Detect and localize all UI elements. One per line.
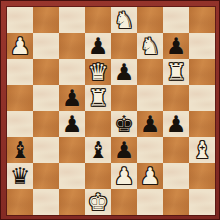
square-a3[interactable]: ♝ [7, 137, 33, 163]
square-e5[interactable] [111, 85, 137, 111]
square-c2[interactable] [59, 163, 85, 189]
square-e4[interactable]: ♚ [111, 111, 137, 137]
piece-black-pawn[interactable]: ♟ [114, 137, 135, 163]
square-b6[interactable] [33, 59, 59, 85]
square-f2[interactable]: ♟ [137, 163, 163, 189]
piece-white-queen[interactable]: ♛ [88, 59, 109, 85]
piece-black-pawn[interactable]: ♟ [166, 111, 187, 137]
square-g3[interactable] [163, 137, 189, 163]
square-c6[interactable] [59, 59, 85, 85]
square-e3[interactable]: ♟ [111, 137, 137, 163]
piece-white-rook[interactable]: ♜ [166, 59, 187, 85]
square-h2[interactable] [189, 163, 215, 189]
square-e1[interactable] [111, 189, 137, 215]
square-a6[interactable] [7, 59, 33, 85]
square-e8[interactable]: ♞ [111, 7, 137, 33]
square-a2[interactable]: ♛ [7, 163, 33, 189]
square-f1[interactable] [137, 189, 163, 215]
piece-black-pawn[interactable]: ♟ [114, 59, 135, 85]
piece-white-pawn[interactable]: ♟ [10, 33, 31, 59]
chess-board-frame: ♞♟♟♞♟♛♟♜♟♜♟♚♟♟♝♝♟♝♛♟♟♚ [0, 0, 220, 220]
square-d8[interactable] [85, 7, 111, 33]
square-f5[interactable] [137, 85, 163, 111]
square-b5[interactable] [33, 85, 59, 111]
square-e7[interactable] [111, 33, 137, 59]
square-a8[interactable] [7, 7, 33, 33]
piece-black-queen[interactable]: ♛ [10, 163, 31, 189]
square-g4[interactable]: ♟ [163, 111, 189, 137]
square-f6[interactable] [137, 59, 163, 85]
square-c5[interactable]: ♟ [59, 85, 85, 111]
piece-white-knight[interactable]: ♞ [114, 7, 135, 33]
square-b1[interactable] [33, 189, 59, 215]
square-g5[interactable] [163, 85, 189, 111]
piece-white-bishop[interactable]: ♝ [192, 137, 213, 163]
piece-black-pawn[interactable]: ♟ [62, 111, 83, 137]
square-f3[interactable] [137, 137, 163, 163]
square-b8[interactable] [33, 7, 59, 33]
square-e2[interactable]: ♟ [111, 163, 137, 189]
square-g8[interactable] [163, 7, 189, 33]
square-d4[interactable] [85, 111, 111, 137]
square-c3[interactable] [59, 137, 85, 163]
square-f7[interactable]: ♞ [137, 33, 163, 59]
square-h4[interactable] [189, 111, 215, 137]
square-d3[interactable]: ♝ [85, 137, 111, 163]
piece-black-pawn[interactable]: ♟ [166, 33, 187, 59]
square-d6[interactable]: ♛ [85, 59, 111, 85]
square-d2[interactable] [85, 163, 111, 189]
square-h3[interactable]: ♝ [189, 137, 215, 163]
square-b2[interactable] [33, 163, 59, 189]
piece-white-knight[interactable]: ♞ [140, 33, 161, 59]
square-c4[interactable]: ♟ [59, 111, 85, 137]
square-d7[interactable]: ♟ [85, 33, 111, 59]
square-d5[interactable]: ♜ [85, 85, 111, 111]
piece-white-pawn[interactable]: ♟ [140, 163, 161, 189]
square-f8[interactable] [137, 7, 163, 33]
square-c1[interactable] [59, 189, 85, 215]
square-c7[interactable] [59, 33, 85, 59]
square-h7[interactable] [189, 33, 215, 59]
square-a7[interactable]: ♟ [7, 33, 33, 59]
square-f4[interactable]: ♟ [137, 111, 163, 137]
square-g7[interactable]: ♟ [163, 33, 189, 59]
piece-black-pawn[interactable]: ♟ [88, 33, 109, 59]
piece-black-king[interactable]: ♚ [114, 111, 135, 137]
square-b3[interactable] [33, 137, 59, 163]
square-h5[interactable] [189, 85, 215, 111]
square-e6[interactable]: ♟ [111, 59, 137, 85]
square-h6[interactable] [189, 59, 215, 85]
square-a5[interactable] [7, 85, 33, 111]
piece-white-pawn[interactable]: ♟ [114, 163, 135, 189]
square-b7[interactable] [33, 33, 59, 59]
piece-black-pawn[interactable]: ♟ [140, 111, 161, 137]
square-c8[interactable] [59, 7, 85, 33]
square-a4[interactable] [7, 111, 33, 137]
square-g2[interactable] [163, 163, 189, 189]
piece-white-king[interactable]: ♚ [88, 189, 109, 215]
piece-black-pawn[interactable]: ♟ [62, 85, 83, 111]
square-g1[interactable] [163, 189, 189, 215]
square-d1[interactable]: ♚ [85, 189, 111, 215]
piece-black-bishop[interactable]: ♝ [10, 137, 31, 163]
square-a1[interactable] [7, 189, 33, 215]
square-b4[interactable] [33, 111, 59, 137]
piece-black-bishop[interactable]: ♝ [88, 137, 109, 163]
square-h1[interactable] [189, 189, 215, 215]
square-g6[interactable]: ♜ [163, 59, 189, 85]
piece-white-rook[interactable]: ♜ [88, 85, 109, 111]
square-h8[interactable] [189, 7, 215, 33]
chess-board: ♞♟♟♞♟♛♟♜♟♜♟♚♟♟♝♝♟♝♛♟♟♚ [7, 7, 215, 215]
